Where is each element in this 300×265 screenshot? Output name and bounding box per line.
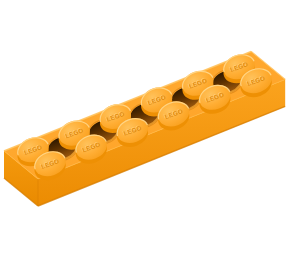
lego-technic-plate-2x6: LEGO LEGO LEGO LEGO LEGO LEGO LEGO LEGO: [0, 0, 300, 265]
lego-part-product-photo: LEGO LEGO LEGO LEGO LEGO LEGO LEGO LEGO: [0, 0, 300, 265]
